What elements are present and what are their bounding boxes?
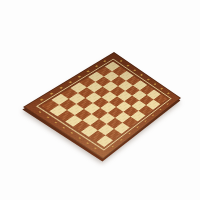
rank-label: [69, 81, 72, 83]
product-photo-canvas: [0, 0, 200, 200]
file-label: [71, 132, 74, 134]
rank-label: [95, 65, 97, 67]
file-label: [134, 69, 136, 71]
file-label: [154, 83, 156, 85]
rank-label: [120, 139, 123, 141]
rank-label: [159, 109, 161, 111]
rank-label: [60, 87, 63, 89]
rank-label: [167, 103, 169, 105]
file-label: [127, 65, 129, 67]
rank-label: [152, 114, 154, 116]
file-label: [147, 79, 149, 81]
file-label: [167, 92, 169, 94]
file-label: [78, 137, 81, 139]
file-label: [63, 127, 66, 129]
rank-label: [103, 60, 105, 62]
file-label: [55, 122, 58, 124]
file-label: [86, 142, 89, 144]
rank-label: [40, 99, 43, 101]
rank-label: [128, 132, 130, 134]
file-label: [141, 74, 143, 76]
rank-label: [144, 120, 146, 122]
rank-label: [111, 145, 114, 147]
rank-label: [87, 70, 90, 72]
rank-label: [50, 93, 53, 95]
file-label: [94, 147, 97, 149]
file-label: [39, 111, 42, 113]
file-label: [120, 60, 122, 62]
rank-label: [136, 126, 138, 128]
file-label: [47, 116, 50, 118]
chess-board: [0, 0, 100, 100]
file-label: [161, 88, 163, 90]
rank-label: [78, 76, 81, 78]
board-frame: [23, 52, 181, 159]
